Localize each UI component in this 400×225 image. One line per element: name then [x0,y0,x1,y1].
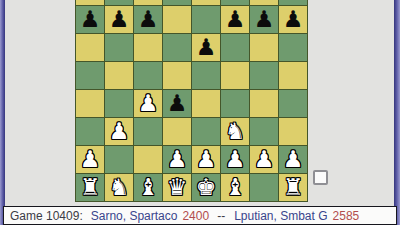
square-d3[interactable] [163,118,191,145]
square-h3[interactable] [279,118,307,145]
square-c8[interactable]: ♝ [134,0,162,5]
square-h6[interactable] [279,34,307,61]
square-g6[interactable] [250,34,278,61]
black-pawn[interactable]: ♟ [167,90,188,117]
square-c1[interactable]: ♝ [134,174,162,201]
square-f6[interactable] [221,34,249,61]
black-knight[interactable]: ♞ [109,0,130,5]
square-c2[interactable] [134,146,162,173]
square-f1[interactable]: ♝ [221,174,249,201]
white-player-rating: 2400 [182,209,209,223]
square-d5[interactable] [163,62,191,89]
white-king[interactable]: ♚ [196,174,217,201]
square-e1[interactable]: ♚ [192,174,220,201]
chess-board-grid: ♜♞♝♛♚♝♞♜♟♟♟♟♟♟♟♟♟♟♞♟♟♟♟♟♟♜♞♝♛♚♝♜ [75,0,308,202]
black-pawn[interactable]: ♟ [196,34,217,61]
square-f4[interactable] [221,90,249,117]
square-a7[interactable]: ♟ [76,6,104,33]
square-c5[interactable] [134,62,162,89]
black-pawn[interactable]: ♟ [109,6,130,33]
square-g1[interactable] [250,174,278,201]
square-c6[interactable] [134,34,162,61]
square-e8[interactable]: ♚ [192,0,220,5]
black-bishop[interactable]: ♝ [225,0,246,5]
white-knight[interactable]: ♞ [109,174,130,201]
square-d4[interactable]: ♟ [163,90,191,117]
black-rook[interactable]: ♜ [283,0,304,5]
white-pawn[interactable]: ♟ [80,146,101,173]
square-c4[interactable]: ♟ [134,90,162,117]
square-e6[interactable]: ♟ [192,34,220,61]
square-a3[interactable] [76,118,104,145]
square-h7[interactable]: ♟ [279,6,307,33]
white-queen[interactable]: ♛ [167,174,188,201]
square-e2[interactable]: ♟ [192,146,220,173]
white-pawn[interactable]: ♟ [283,146,304,173]
square-d8[interactable]: ♛ [163,0,191,5]
black-pawn[interactable]: ♟ [138,6,159,33]
black-rook[interactable]: ♜ [80,0,101,5]
square-b5[interactable] [105,62,133,89]
square-h2[interactable]: ♟ [279,146,307,173]
square-f2[interactable]: ♟ [221,146,249,173]
window-border-right [394,0,400,225]
square-b3[interactable]: ♟ [105,118,133,145]
square-d2[interactable]: ♟ [163,146,191,173]
to-move-indicator[interactable] [313,170,328,185]
square-f8[interactable]: ♝ [221,0,249,5]
black-player-rating: 2585 [333,209,360,223]
white-pawn[interactable]: ♟ [167,146,188,173]
square-f5[interactable] [221,62,249,89]
square-c3[interactable] [134,118,162,145]
square-e3[interactable] [192,118,220,145]
square-d1[interactable]: ♛ [163,174,191,201]
square-d7[interactable] [163,6,191,33]
black-bishop[interactable]: ♝ [138,0,159,5]
square-h5[interactable] [279,62,307,89]
square-a6[interactable] [76,34,104,61]
black-player-name: Lputian, Smbat G [234,209,327,223]
square-b2[interactable] [105,146,133,173]
white-pawn[interactable]: ♟ [225,146,246,173]
square-a5[interactable] [76,62,104,89]
square-b4[interactable] [105,90,133,117]
white-pawn[interactable]: ♟ [254,146,275,173]
square-e4[interactable] [192,90,220,117]
black-pawn[interactable]: ♟ [225,6,246,33]
square-c7[interactable]: ♟ [134,6,162,33]
square-d6[interactable] [163,34,191,61]
square-e7[interactable] [192,6,220,33]
square-a2[interactable]: ♟ [76,146,104,173]
square-g2[interactable]: ♟ [250,146,278,173]
players-separator: -- [217,209,225,223]
white-pawn[interactable]: ♟ [196,146,217,173]
square-g7[interactable]: ♟ [250,6,278,33]
square-f3[interactable]: ♞ [221,118,249,145]
square-b8[interactable]: ♞ [105,0,133,5]
black-queen[interactable]: ♛ [167,0,188,5]
white-pawn[interactable]: ♟ [138,90,159,117]
status-bar: Game 10409: Sarno, Spartaco 2400 -- Lput… [3,206,397,225]
square-h8[interactable]: ♜ [279,0,307,5]
white-player-name: Sarno, Spartaco [91,209,178,223]
black-knight[interactable]: ♞ [254,0,275,5]
square-e5[interactable] [192,62,220,89]
white-rook[interactable]: ♜ [283,174,304,201]
square-b1[interactable]: ♞ [105,174,133,201]
black-pawn[interactable]: ♟ [283,6,304,33]
square-a4[interactable] [76,90,104,117]
black-pawn[interactable]: ♟ [254,6,275,33]
white-bishop[interactable]: ♝ [225,174,246,201]
square-b7[interactable]: ♟ [105,6,133,33]
white-pawn[interactable]: ♟ [109,118,130,145]
square-g4[interactable] [250,90,278,117]
window-border-left [0,0,5,225]
square-h4[interactable] [279,90,307,117]
black-king[interactable]: ♚ [196,0,217,5]
game-number-label: Game 10409: [10,209,83,223]
black-pawn[interactable]: ♟ [80,6,101,33]
square-h1[interactable]: ♜ [279,174,307,201]
chess-board: ♜♞♝♛♚♝♞♜♟♟♟♟♟♟♟♟♟♟♞♟♟♟♟♟♟♜♞♝♛♚♝♜ [75,0,308,203]
square-a1[interactable]: ♜ [76,174,104,201]
white-rook[interactable]: ♜ [80,174,101,201]
white-knight[interactable]: ♞ [225,118,246,145]
white-bishop[interactable]: ♝ [138,174,159,201]
square-b6[interactable] [105,34,133,61]
square-g5[interactable] [250,62,278,89]
square-g3[interactable] [250,118,278,145]
square-a8[interactable]: ♜ [76,0,104,5]
square-f7[interactable]: ♟ [221,6,249,33]
square-g8[interactable]: ♞ [250,0,278,5]
